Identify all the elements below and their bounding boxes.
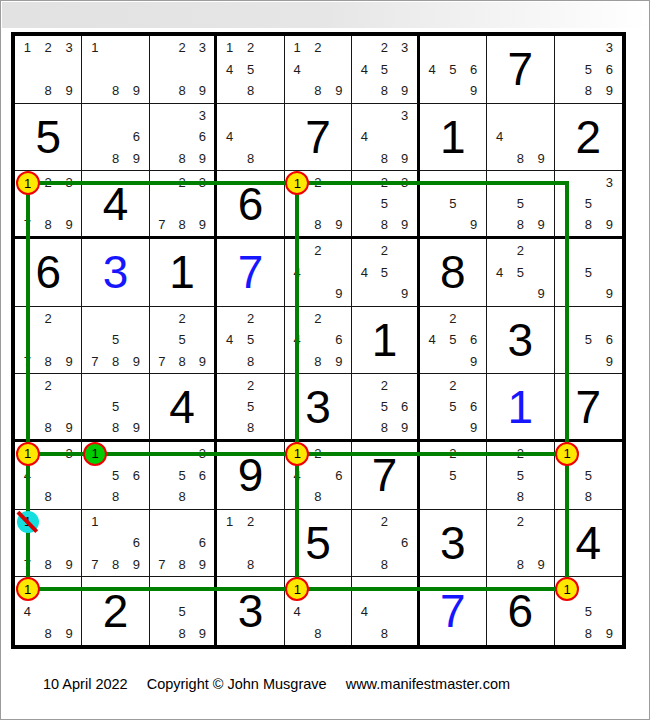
cell-r2c8[interactable]: 489: [487, 104, 554, 172]
candidate-digit: 2: [172, 37, 192, 59]
cell-r4c4[interactable]: 7: [217, 239, 284, 307]
cell-r3c5[interactable]: 1289: [285, 171, 352, 239]
candidate-digit: 2: [308, 37, 329, 59]
candidate-grid: 128: [219, 511, 281, 576]
candidate-digit: 5: [374, 193, 394, 214]
given-digit: 1: [150, 239, 214, 306]
candidate-digit: 1: [17, 578, 38, 600]
candidate-digit: 1: [17, 511, 38, 533]
candidate-digit: 8: [240, 351, 261, 373]
candidate-digit: 2: [308, 240, 329, 262]
candidate-digit: 8: [38, 80, 59, 102]
candidate-grid: 249: [287, 240, 349, 305]
cell-r3c1[interactable]: 123789: [15, 171, 82, 239]
candidate-digit: 8: [374, 417, 394, 438]
cell-r5c8[interactable]: 3: [487, 307, 554, 375]
given-digit: 7: [555, 374, 622, 439]
candidate-digit: 2: [510, 443, 531, 465]
cell-r6c7[interactable]: 2569: [420, 374, 487, 442]
footer-copyright: Copyright © John Musgrave: [147, 676, 327, 692]
cell-r4c5[interactable]: 249: [285, 239, 352, 307]
cell-r9c1[interactable]: 1489: [15, 577, 82, 645]
candidate-grid: 489: [489, 105, 551, 170]
candidate-digit: 7: [17, 554, 38, 576]
candidate-grid: 12389: [17, 37, 79, 102]
candidate-digit: 2: [374, 375, 394, 396]
sudoku-board: 1238918923891245812489234589456973568956…: [11, 32, 626, 649]
candidate-digit: 2: [510, 511, 531, 533]
candidate-digit: 1: [557, 578, 578, 600]
candidate-digit: 6: [192, 465, 212, 487]
candidate-digit: 1: [287, 578, 308, 600]
candidate-digit: 4: [287, 600, 308, 622]
cell-r5c5[interactable]: 24689: [285, 307, 352, 375]
candidate-digit: 1: [219, 37, 240, 59]
candidate-digit: 8: [38, 554, 59, 576]
cell-r7c4[interactable]: 9: [217, 442, 284, 510]
candidate-digit: 8: [172, 80, 192, 102]
candidate-digit: 9: [59, 554, 80, 576]
cell-r4c7[interactable]: 8: [420, 239, 487, 307]
candidate-grid: 1568: [84, 443, 146, 508]
candidate-digit: 8: [374, 214, 394, 235]
cell-r1c1[interactable]: 12389: [15, 36, 82, 104]
cell-r5c4[interactable]: 2458: [217, 307, 284, 375]
cell-r3c9[interactable]: 3589: [555, 171, 622, 239]
given-digit: 3: [285, 374, 351, 439]
candidate-grid: 2569: [422, 375, 484, 438]
cell-r8c6[interactable]: 268: [352, 510, 419, 578]
candidate-digit: 9: [599, 351, 620, 373]
candidate-digit: 9: [463, 80, 484, 102]
candidate-digit: 5: [105, 465, 126, 487]
candidate-digit: 1: [84, 37, 105, 59]
given-digit: 8: [420, 239, 486, 306]
candidate-digit: 5: [105, 396, 126, 417]
given-digit: 7: [487, 36, 553, 103]
candidate-grid: 1289: [287, 172, 349, 235]
candidate-digit: 1: [17, 443, 38, 465]
cell-r2c3[interactable]: 3689: [150, 104, 217, 172]
candidate-digit: 5: [172, 465, 192, 487]
cell-r8c4[interactable]: 128: [217, 510, 284, 578]
candidate-digit: 6: [463, 329, 484, 351]
candidate-digit: 5: [578, 59, 599, 81]
given-digit: 3: [420, 510, 486, 577]
candidate-grid: 23589: [354, 172, 414, 235]
candidate-digit: 9: [126, 554, 147, 576]
cell-r4c2[interactable]: 3: [82, 239, 149, 307]
cell-r8c5[interactable]: 5: [285, 510, 352, 578]
candidate-digit: 2: [240, 511, 261, 533]
candidate-grid: 1589: [557, 578, 620, 644]
candidate-digit: 8: [172, 622, 192, 644]
candidate-digit: 9: [531, 554, 552, 576]
candidate-digit: 8: [510, 148, 531, 170]
candidate-digit: 7: [84, 554, 105, 576]
cell-r6c8[interactable]: 1: [487, 374, 554, 442]
cell-r7c6[interactable]: 7: [352, 442, 419, 510]
candidate-digit: 9: [59, 622, 80, 644]
candidate-digit: 6: [126, 465, 147, 487]
candidate-digit: 2: [510, 240, 531, 262]
candidate-digit: 5: [172, 600, 192, 622]
candidate-grid: 158: [557, 443, 620, 508]
candidate-digit: 1: [287, 443, 308, 465]
candidate-digit: 9: [328, 283, 349, 305]
candidate-grid: 2459: [354, 240, 414, 305]
candidate-digit: 9: [531, 283, 552, 305]
candidate-grid: 25689: [354, 375, 414, 438]
given-digit: 7: [285, 104, 351, 171]
cell-r2c2[interactable]: 689: [82, 104, 149, 172]
cell-r5c2[interactable]: 5789: [82, 307, 149, 375]
cell-r2c1[interactable]: 5: [15, 104, 82, 172]
candidate-digit: 2: [374, 37, 394, 59]
candidate-digit: 8: [308, 351, 329, 373]
candidate-digit: 3: [395, 37, 415, 59]
cell-r3c4[interactable]: 6: [217, 171, 284, 239]
candidate-grid: 24569: [422, 308, 484, 373]
given-digit: 6: [15, 239, 81, 306]
cell-r1c6[interactable]: 234589: [352, 36, 419, 104]
candidate-digit: 5: [374, 59, 394, 81]
cell-r9c2[interactable]: 2: [82, 577, 149, 645]
candidate-digit: 9: [328, 351, 349, 373]
cell-r6c2[interactable]: 589: [82, 374, 149, 442]
candidate-digit: 8: [105, 80, 126, 102]
given-digit: 7: [352, 442, 416, 509]
candidate-digit: 6: [395, 396, 415, 417]
cell-r9c8[interactable]: 6: [487, 577, 554, 645]
candidate-digit: 8: [172, 214, 192, 235]
candidate-digit: 4: [17, 600, 38, 622]
cell-r2c4[interactable]: 48: [217, 104, 284, 172]
candidate-digit: 8: [105, 148, 126, 170]
candidate-digit: 5: [374, 262, 394, 284]
cell-r5c1[interactable]: 2789: [15, 307, 82, 375]
candidate-digit: 4: [287, 329, 308, 351]
cell-r9c6[interactable]: 48: [352, 577, 419, 645]
candidate-digit: 9: [126, 417, 147, 438]
candidate-digit: 8: [240, 417, 261, 438]
candidate-digit: 9: [463, 351, 484, 373]
candidate-grid: 2459: [489, 240, 551, 305]
candidate-digit: 8: [105, 554, 126, 576]
candidate-digit: 1: [84, 443, 105, 465]
candidate-digit: 9: [126, 80, 147, 102]
candidate-digit: 3: [192, 172, 212, 193]
cell-r4c3[interactable]: 1: [150, 239, 217, 307]
cell-r4c9[interactable]: 59: [555, 239, 622, 307]
candidate-digit: 8: [172, 554, 192, 576]
candidate-digit: 2: [38, 37, 59, 59]
candidate-grid: 48: [354, 578, 414, 644]
cell-r5c7[interactable]: 24569: [420, 307, 487, 375]
cell-r6c5[interactable]: 3: [285, 374, 352, 442]
cell-r2c9[interactable]: 2: [555, 104, 622, 172]
candidate-digit: 2: [308, 443, 329, 465]
candidate-digit: 6: [126, 126, 147, 148]
candidate-grid: 569: [557, 308, 620, 373]
candidate-digit: 5: [105, 329, 126, 351]
candidate-digit: 9: [395, 417, 415, 438]
candidate-grid: 289: [489, 511, 551, 576]
cell-r8c9[interactable]: 4: [555, 510, 622, 578]
cell-r1c3[interactable]: 2389: [150, 36, 217, 104]
cell-r4c8[interactable]: 2459: [487, 239, 554, 307]
cell-r5c6[interactable]: 1: [352, 307, 419, 375]
candidate-digit: 6: [328, 329, 349, 351]
candidate-grid: 23789: [152, 172, 212, 235]
candidate-grid: 4569: [422, 37, 484, 102]
candidate-digit: 8: [308, 214, 329, 235]
given-digit: 5: [15, 104, 81, 171]
given-digit: 4: [82, 171, 148, 236]
cell-r1c8[interactable]: 7: [487, 36, 554, 104]
candidate-digit: 7: [152, 214, 172, 235]
candidate-digit: 2: [38, 375, 59, 396]
candidate-grid: 24689: [287, 308, 349, 373]
cell-r7c2[interactable]: 1568: [82, 442, 149, 510]
cell-r6c1[interactable]: 289: [15, 374, 82, 442]
candidate-digit: 4: [219, 126, 240, 148]
cell-r1c4[interactable]: 12458: [217, 36, 284, 104]
candidate-digit: 8: [172, 351, 192, 373]
footer: 10 April 2022 Copyright © John Musgrave …: [43, 676, 525, 692]
candidate-digit: 9: [192, 351, 212, 373]
candidate-digit: 5: [510, 262, 531, 284]
cell-r7c1[interactable]: 1348: [15, 442, 82, 510]
candidate-grid: 258: [489, 443, 551, 508]
cell-r2c7[interactable]: 1: [420, 104, 487, 172]
candidate-digit: 1: [287, 172, 308, 193]
cell-r7c8[interactable]: 258: [487, 442, 554, 510]
cell-r8c1[interactable]: 1789: [15, 510, 82, 578]
candidate-digit: 8: [38, 214, 59, 235]
candidate-grid: 268: [354, 511, 414, 576]
candidate-digit: 3: [192, 443, 212, 465]
candidate-digit: 8: [374, 148, 394, 170]
candidate-digit: 9: [395, 283, 415, 305]
candidate-grid: 1348: [17, 443, 79, 508]
candidate-digit: 8: [105, 486, 126, 508]
cell-r7c3[interactable]: 3568: [150, 442, 217, 510]
cell-r1c2[interactable]: 189: [82, 36, 149, 104]
candidate-grid: 3568: [152, 443, 212, 508]
cell-r4c6[interactable]: 2459: [352, 239, 419, 307]
candidate-digit: 8: [578, 622, 599, 644]
candidate-grid: 6789: [152, 511, 212, 576]
given-digit: 3: [487, 307, 553, 374]
cell-r3c7[interactable]: 59: [420, 171, 487, 239]
candidate-digit: 2: [374, 240, 394, 262]
cell-r1c7[interactable]: 4569: [420, 36, 487, 104]
cell-r3c6[interactable]: 23589: [352, 171, 419, 239]
candidate-digit: 2: [240, 37, 261, 59]
candidate-digit: 8: [240, 554, 261, 576]
cell-r2c6[interactable]: 3489: [352, 104, 419, 172]
candidate-digit: 6: [395, 532, 415, 554]
candidate-grid: 689: [84, 105, 146, 170]
candidate-digit: 8: [510, 554, 531, 576]
candidate-digit: 5: [578, 193, 599, 214]
candidate-digit: 2: [308, 308, 329, 330]
top-bar: [2, 2, 648, 28]
candidate-digit: 8: [510, 214, 531, 235]
candidate-grid: 289: [17, 375, 79, 438]
cell-r3c2[interactable]: 4: [82, 171, 149, 239]
candidate-digit: 9: [599, 80, 620, 102]
solved-digit: 7: [420, 577, 486, 645]
candidate-digit: 5: [442, 59, 463, 81]
candidate-digit: 8: [240, 80, 261, 102]
candidate-digit: 8: [38, 622, 59, 644]
candidate-digit: 8: [308, 622, 329, 644]
candidate-digit: 5: [172, 329, 192, 351]
cell-r9c5[interactable]: 148: [285, 577, 352, 645]
candidate-digit: 3: [599, 172, 620, 193]
cell-r3c8[interactable]: 589: [487, 171, 554, 239]
candidate-digit: 5: [442, 465, 463, 487]
candidate-grid: 48: [219, 105, 281, 170]
candidate-grid: 2389: [152, 37, 212, 102]
candidate-digit: 4: [422, 59, 443, 81]
given-digit: 6: [487, 577, 553, 645]
candidate-digit: 9: [192, 80, 212, 102]
cell-r2c5[interactable]: 7: [285, 104, 352, 172]
candidate-grid: 35689: [557, 37, 620, 102]
candidate-digit: 4: [489, 262, 510, 284]
candidate-digit: 1: [557, 443, 578, 465]
candidate-digit: 9: [463, 417, 484, 438]
candidate-digit: 4: [354, 126, 374, 148]
candidate-digit: 4: [219, 59, 240, 81]
candidate-digit: 9: [192, 214, 212, 235]
candidate-digit: 9: [59, 417, 80, 438]
candidate-digit: 9: [531, 148, 552, 170]
cell-r7c9[interactable]: 158: [555, 442, 622, 510]
solved-digit: 1: [487, 374, 553, 439]
candidate-digit: 9: [599, 214, 620, 235]
cell-r8c2[interactable]: 16789: [82, 510, 149, 578]
candidate-digit: 3: [192, 105, 212, 127]
cell-r8c8[interactable]: 289: [487, 510, 554, 578]
cell-r7c5[interactable]: 12468: [285, 442, 352, 510]
candidate-digit: 9: [192, 554, 212, 576]
footer-website-link[interactable]: www.manifestmaster.com: [346, 676, 510, 692]
candidate-digit: 4: [287, 262, 308, 284]
candidate-digit: 8: [105, 351, 126, 373]
candidate-digit: 9: [531, 214, 552, 235]
candidate-grid: 3689: [152, 105, 212, 170]
given-digit: 5: [285, 510, 351, 577]
candidate-grid: 3589: [557, 172, 620, 235]
cell-r6c4[interactable]: 258: [217, 374, 284, 442]
candidate-digit: 8: [374, 622, 394, 644]
cell-r6c3[interactable]: 4: [150, 374, 217, 442]
cell-r3c3[interactable]: 23789: [150, 171, 217, 239]
candidate-digit: 5: [442, 329, 463, 351]
cell-r9c7[interactable]: 7: [420, 577, 487, 645]
candidate-digit: 2: [308, 172, 329, 193]
candidate-digit: 8: [172, 148, 192, 170]
candidate-digit: 8: [578, 486, 599, 508]
candidate-digit: 7: [152, 554, 172, 576]
candidate-digit: 9: [599, 283, 620, 305]
candidate-digit: 8: [578, 80, 599, 102]
cell-r6c9[interactable]: 7: [555, 374, 622, 442]
candidate-digit: 2: [374, 511, 394, 533]
candidate-digit: 5: [578, 262, 599, 284]
candidate-digit: 8: [510, 486, 531, 508]
given-digit: 4: [555, 510, 622, 577]
candidate-digit: 3: [599, 37, 620, 59]
candidate-digit: 5: [240, 396, 261, 417]
candidate-grid: 12468: [287, 443, 349, 508]
cell-r9c3[interactable]: 589: [150, 577, 217, 645]
candidate-digit: 2: [442, 443, 463, 465]
cell-r5c3[interactable]: 25789: [150, 307, 217, 375]
candidate-digit: 9: [59, 214, 80, 235]
candidate-digit: 1: [219, 511, 240, 533]
candidate-digit: 6: [192, 532, 212, 554]
candidate-digit: 9: [599, 622, 620, 644]
candidate-grid: 59: [422, 172, 484, 235]
candidate-grid: 2789: [17, 308, 79, 373]
candidate-digit: 4: [219, 329, 240, 351]
candidate-grid: 589: [84, 375, 146, 438]
candidate-grid: 25: [422, 443, 484, 508]
candidate-grid: 589: [152, 578, 212, 644]
candidate-grid: 12489: [287, 37, 349, 102]
candidate-digit: 6: [463, 396, 484, 417]
candidate-grid: 123789: [17, 172, 79, 235]
candidate-grid: 5789: [84, 308, 146, 373]
cell-r8c3[interactable]: 6789: [150, 510, 217, 578]
candidate-digit: 2: [240, 308, 261, 330]
cell-r9c9[interactable]: 1589: [555, 577, 622, 645]
cell-r8c7[interactable]: 3: [420, 510, 487, 578]
candidate-digit: 2: [172, 308, 192, 330]
candidate-digit: 4: [422, 329, 443, 351]
candidate-digit: 2: [38, 308, 59, 330]
candidate-digit: 6: [192, 126, 212, 148]
given-digit: 2: [82, 577, 148, 645]
candidate-digit: 2: [38, 172, 59, 193]
cell-r5c9[interactable]: 569: [555, 307, 622, 375]
candidate-digit: 3: [59, 443, 80, 465]
candidate-digit: 4: [354, 262, 374, 284]
candidate-grid: 1489: [17, 578, 79, 644]
given-digit: 9: [217, 442, 283, 509]
cell-r1c5[interactable]: 12489: [285, 36, 352, 104]
candidate-grid: 1789: [17, 511, 79, 576]
cell-r1c9[interactable]: 35689: [555, 36, 622, 104]
cell-r7c7[interactable]: 25: [420, 442, 487, 510]
candidate-grid: 12458: [219, 37, 281, 102]
given-digit: 6: [217, 171, 283, 236]
cell-r9c4[interactable]: 3: [217, 577, 284, 645]
given-digit: 3: [217, 577, 283, 645]
candidate-digit: 9: [328, 80, 349, 102]
candidate-digit: 9: [126, 148, 147, 170]
cell-r4c1[interactable]: 6: [15, 239, 82, 307]
footer-date: 10 April 2022: [43, 676, 128, 692]
candidate-digit: 7: [17, 351, 38, 373]
cell-r6c6[interactable]: 25689: [352, 374, 419, 442]
candidate-digit: 5: [442, 396, 463, 417]
